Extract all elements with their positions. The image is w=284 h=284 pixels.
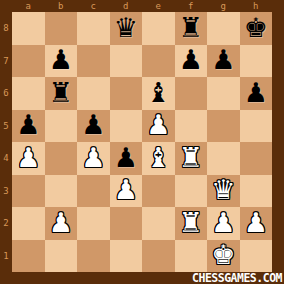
square-f1 [175,240,208,273]
square-g1: ♚ [207,240,240,273]
square-a2 [12,207,45,240]
square-f8: ♜ [175,12,208,45]
piece-black-pawn: ♟ [244,79,268,106]
piece-black-pawn: ♟ [81,111,105,138]
square-f5 [175,110,208,143]
file-label-a: a [12,0,45,12]
piece-white-pawn: ♟ [244,209,268,236]
square-f7: ♟ [175,45,208,78]
rank-label-4: 4 [0,142,12,175]
square-b8 [45,12,78,45]
square-h6: ♟ [240,77,273,110]
piece-white-pawn: ♟ [114,176,138,203]
rank-label-2: 2 [0,207,12,240]
square-f2: ♜ [175,207,208,240]
square-a8 [12,12,45,45]
piece-black-pawn: ♟ [49,46,73,73]
rank-label-1: 1 [0,240,12,273]
square-g6 [207,77,240,110]
square-c8 [77,12,110,45]
rank-labels: 87654321 [0,12,12,272]
file-label-f: f [175,0,208,12]
square-h8: ♚ [240,12,273,45]
piece-white-bishop: ♝ [146,144,170,171]
square-b2: ♟ [45,207,78,240]
square-c5: ♟ [77,110,110,143]
square-e2 [142,207,175,240]
piece-black-queen: ♛ [114,14,138,41]
square-h2: ♟ [240,207,273,240]
square-a5: ♟ [12,110,45,143]
square-a6 [12,77,45,110]
piece-white-pawn: ♟ [146,111,170,138]
square-e8 [142,12,175,45]
square-a3 [12,175,45,208]
piece-white-rook: ♜ [179,209,203,236]
square-e3 [142,175,175,208]
rank-label-5: 5 [0,110,12,143]
file-label-g: g [207,0,240,12]
square-e5: ♟ [142,110,175,143]
piece-white-king: ♚ [211,241,235,268]
square-d6 [110,77,143,110]
square-d2 [110,207,143,240]
square-f4: ♜ [175,142,208,175]
file-label-b: b [45,0,78,12]
square-c3 [77,175,110,208]
piece-white-pawn: ♟ [81,144,105,171]
piece-black-pawn: ♟ [179,46,203,73]
square-g7: ♟ [207,45,240,78]
square-h5 [240,110,273,143]
rank-label-8: 8 [0,12,12,45]
square-d3: ♟ [110,175,143,208]
square-b5 [45,110,78,143]
piece-white-pawn: ♟ [49,209,73,236]
rank-label-3: 3 [0,175,12,208]
square-a1 [12,240,45,273]
file-label-d: d [110,0,143,12]
piece-black-pawn: ♟ [114,144,138,171]
piece-black-rook: ♜ [179,14,203,41]
square-b6: ♜ [45,77,78,110]
file-label-e: e [142,0,175,12]
square-d7 [110,45,143,78]
square-b1 [45,240,78,273]
square-h7 [240,45,273,78]
square-g4 [207,142,240,175]
file-label-h: h [240,0,273,12]
chess-board-frame: abcdefgh 87654321 ♛♜♚♟♟♟♜♝♟♟♟♟♟♟♟♝♜♟♛♟♜♟… [0,0,284,284]
square-c7 [77,45,110,78]
piece-white-pawn: ♟ [211,209,235,236]
square-g3: ♛ [207,175,240,208]
piece-white-queen: ♛ [211,176,235,203]
square-b4 [45,142,78,175]
file-labels: abcdefgh [12,0,272,12]
square-g2: ♟ [207,207,240,240]
piece-black-rook: ♜ [49,79,73,106]
square-h1 [240,240,273,273]
square-c1 [77,240,110,273]
square-a4: ♟ [12,142,45,175]
square-e1 [142,240,175,273]
square-g8 [207,12,240,45]
piece-black-bishop: ♝ [146,79,170,106]
square-d1 [110,240,143,273]
square-e7 [142,45,175,78]
square-h4 [240,142,273,175]
piece-black-pawn: ♟ [16,111,40,138]
square-b7: ♟ [45,45,78,78]
square-g5 [207,110,240,143]
square-d8: ♛ [110,12,143,45]
square-a7 [12,45,45,78]
piece-black-pawn: ♟ [211,46,235,73]
square-c2 [77,207,110,240]
piece-black-king: ♚ [244,14,268,41]
square-f3 [175,175,208,208]
square-c4: ♟ [77,142,110,175]
piece-white-rook: ♜ [179,144,203,171]
rank-label-7: 7 [0,45,12,78]
square-e4: ♝ [142,142,175,175]
square-d4: ♟ [110,142,143,175]
piece-white-pawn: ♟ [16,144,40,171]
square-f6 [175,77,208,110]
square-e6: ♝ [142,77,175,110]
square-c6 [77,77,110,110]
file-label-c: c [77,0,110,12]
rank-label-6: 6 [0,77,12,110]
square-h3 [240,175,273,208]
watermark-text: CHESSGAMES.COM [192,272,282,284]
square-b3 [45,175,78,208]
chess-board: ♛♜♚♟♟♟♜♝♟♟♟♟♟♟♟♝♜♟♛♟♜♟♟♚ [12,12,272,272]
square-d5 [110,110,143,143]
